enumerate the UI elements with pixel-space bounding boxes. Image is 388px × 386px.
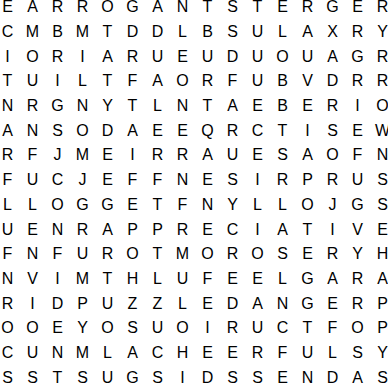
grid-cell[interactable]: R — [27, 98, 39, 114]
grid-cell[interactable]: M — [176, 246, 189, 262]
grid-cell[interactable]: B — [277, 73, 288, 89]
grid-cell[interactable]: C — [152, 345, 164, 361]
grid-cell[interactable]: G — [351, 49, 363, 65]
grid-cell[interactable]: R — [52, 49, 64, 65]
grid-cell[interactable]: T — [153, 246, 163, 262]
grid-cell[interactable]: A — [302, 147, 313, 163]
grid-cell[interactable]: G — [301, 271, 313, 287]
grid-cell[interactable]: R — [227, 123, 239, 139]
grid-cell[interactable]: D — [52, 296, 64, 312]
grid-cell[interactable]: N — [2, 271, 14, 287]
grid-cell[interactable]: E — [227, 271, 238, 287]
grid-cell[interactable]: P — [377, 320, 388, 336]
grid-cell[interactable]: G — [76, 197, 88, 213]
grid-cell[interactable]: R — [2, 147, 14, 163]
grid-cell[interactable]: E — [202, 222, 213, 238]
grid-cell[interactable]: E — [202, 296, 213, 312]
grid-cell[interactable]: E — [252, 271, 263, 287]
grid-cell[interactable]: R — [377, 73, 388, 89]
grid-cell[interactable]: E — [102, 172, 113, 188]
grid-cell[interactable]: G — [101, 197, 113, 213]
grid-cell[interactable]: U — [227, 147, 239, 163]
grid-cell[interactable]: R — [377, 0, 388, 15]
grid-cell[interactable]: S — [227, 370, 238, 386]
grid-cell[interactable]: J — [54, 147, 62, 163]
grid-cell[interactable]: R — [352, 73, 364, 89]
grid-cell[interactable]: C — [2, 345, 14, 361]
grid-cell[interactable]: H — [377, 246, 388, 262]
grid-cell[interactable]: F — [328, 320, 338, 336]
grid-cell[interactable]: I — [55, 73, 59, 89]
grid-cell[interactable]: L — [253, 197, 262, 213]
grid-cell[interactable]: A — [202, 147, 213, 163]
grid-cell[interactable]: T — [153, 197, 163, 213]
grid-cell[interactable]: A — [2, 123, 13, 139]
grid-cell[interactable]: G — [351, 197, 363, 213]
grid-cell[interactable]: U — [27, 172, 39, 188]
grid-cell[interactable]: T — [3, 73, 13, 89]
grid-cell[interactable]: O — [201, 246, 213, 262]
grid-cell[interactable]: P — [77, 296, 88, 312]
grid-cell[interactable]: U — [102, 370, 114, 386]
grid-cell[interactable]: R — [377, 49, 388, 65]
grid-cell[interactable]: L — [278, 271, 287, 287]
grid-cell[interactable]: P — [152, 222, 163, 238]
grid-cell[interactable]: L — [103, 345, 112, 361]
grid-cell[interactable]: A — [102, 222, 113, 238]
grid-cell[interactable]: M — [26, 24, 39, 40]
grid-cell[interactable]: L — [328, 345, 337, 361]
grid-cell[interactable]: E — [177, 49, 188, 65]
grid-cell[interactable]: F — [153, 172, 163, 188]
grid-cell[interactable]: R — [52, 0, 64, 15]
grid-cell[interactable]: P — [127, 222, 138, 238]
grid-cell[interactable]: D — [327, 73, 339, 89]
grid-cell[interactable]: H — [177, 345, 189, 361]
grid-cell[interactable]: C — [227, 222, 239, 238]
grid-cell[interactable]: E — [202, 172, 213, 188]
grid-cell[interactable]: L — [3, 197, 12, 213]
grid-cell[interactable]: R — [352, 24, 364, 40]
grid-cell[interactable]: D — [202, 370, 214, 386]
grid-cell[interactable]: E — [52, 320, 63, 336]
grid-cell[interactable]: N — [202, 197, 214, 213]
grid-cell[interactable]: A — [252, 296, 263, 312]
grid-cell[interactable]: D — [152, 24, 164, 40]
grid-cell[interactable]: G — [126, 0, 138, 15]
grid-cell[interactable]: U — [302, 49, 314, 65]
grid-cell[interactable]: L — [28, 197, 37, 213]
grid-cell[interactable]: M — [76, 24, 89, 40]
grid-cell[interactable]: S — [227, 0, 238, 15]
grid-cell[interactable]: N — [27, 246, 39, 262]
grid-cell[interactable]: E — [227, 345, 238, 361]
grid-cell[interactable]: D — [227, 49, 239, 65]
grid-cell[interactable]: O — [26, 49, 38, 65]
grid-cell[interactable]: G — [126, 370, 138, 386]
grid-cell[interactable]: I — [255, 222, 259, 238]
grid-cell[interactable]: O — [101, 0, 113, 15]
grid-cell[interactable]: R — [352, 296, 364, 312]
grid-cell[interactable]: R — [227, 320, 239, 336]
grid-cell[interactable]: E — [102, 147, 113, 163]
grid-cell[interactable]: N — [277, 296, 289, 312]
grid-cell[interactable]: R — [127, 49, 139, 65]
grid-cell[interactable]: M — [76, 147, 89, 163]
grid-cell[interactable]: R — [2, 296, 14, 312]
grid-cell[interactable]: T — [253, 0, 263, 15]
letter-grid: EARROGANTSTERGERCMBMTDDLBSULAXRYIORIARUE… — [0, 0, 388, 386]
grid-cell[interactable]: U — [252, 24, 264, 40]
grid-cell[interactable]: F — [353, 147, 363, 163]
grid-cell[interactable]: F — [278, 345, 288, 361]
grid-cell[interactable]: I — [180, 370, 184, 386]
grid-cell[interactable]: A — [227, 98, 238, 114]
grid-cell[interactable]: R — [227, 246, 239, 262]
grid-cell[interactable]: O — [276, 49, 288, 65]
grid-cell[interactable]: F — [53, 246, 63, 262]
grid-cell[interactable]: T — [303, 320, 313, 336]
grid-cell[interactable]: E — [27, 222, 38, 238]
grid-cell[interactable]: S — [27, 370, 38, 386]
grid-cell[interactable]: S — [377, 172, 388, 188]
grid-cell[interactable]: E — [2, 0, 13, 15]
grid-cell[interactable]: I — [305, 123, 309, 139]
grid-cell[interactable]: D — [227, 296, 239, 312]
grid-cell[interactable]: E — [152, 123, 163, 139]
grid-cell[interactable]: S — [152, 370, 163, 386]
grid-cell[interactable]: A — [102, 49, 113, 65]
grid-cell[interactable]: I — [355, 98, 359, 114]
grid-cell[interactable]: A — [327, 271, 338, 287]
grid-cell[interactable]: A — [27, 0, 38, 15]
grid-cell[interactable]: A — [127, 123, 138, 139]
grid-cell[interactable]: S — [277, 147, 288, 163]
grid-cell[interactable]: U — [102, 296, 114, 312]
grid-cell[interactable]: E — [352, 0, 363, 15]
grid-cell[interactable]: E — [277, 370, 288, 386]
grid-cell[interactable]: G — [301, 296, 313, 312]
grid-cell[interactable]: Z — [153, 296, 163, 312]
grid-cell[interactable]: U — [27, 345, 39, 361]
grid-cell[interactable]: S — [227, 24, 238, 40]
grid-cell[interactable]: U — [152, 320, 164, 336]
grid-cell[interactable]: N — [2, 98, 14, 114]
grid-cell[interactable]: U — [352, 172, 364, 188]
grid-cell[interactable]: N — [52, 222, 64, 238]
grid-cell[interactable]: C — [252, 123, 264, 139]
grid-cell[interactable]: B — [202, 24, 213, 40]
grid-cell[interactable]: N — [177, 98, 189, 114]
grid-cell[interactable]: E — [352, 123, 363, 139]
grid-cell[interactable]: N — [377, 147, 388, 163]
grid-cell[interactable]: Y — [352, 246, 363, 262]
grid-cell[interactable]: L — [178, 24, 187, 40]
grid-cell[interactable]: L — [153, 271, 162, 287]
grid-cell[interactable]: M — [76, 271, 89, 287]
grid-cell[interactable]: U — [202, 49, 214, 65]
grid-cell[interactable]: A — [302, 24, 313, 40]
grid-cell[interactable]: V — [302, 73, 313, 89]
grid-cell[interactable]: Y — [377, 24, 388, 40]
grid-cell[interactable]: O — [101, 320, 113, 336]
grid-cell[interactable]: S — [377, 370, 388, 386]
grid-cell[interactable]: C — [277, 320, 289, 336]
grid-cell[interactable]: B — [52, 24, 63, 40]
grid-cell[interactable]: O — [326, 147, 338, 163]
grid-cell[interactable]: R — [327, 172, 339, 188]
grid-cell[interactable]: E — [127, 197, 138, 213]
grid-cell[interactable]: I — [55, 271, 59, 287]
grid-cell[interactable]: O — [176, 73, 188, 89]
grid-cell[interactable]: Q — [201, 123, 213, 139]
grid-cell[interactable]: A — [352, 370, 363, 386]
grid-cell[interactable]: T — [203, 98, 213, 114]
grid-cell[interactable]: E — [302, 98, 313, 114]
grid-cell[interactable]: O — [1, 320, 13, 336]
word-search-board: EARROGANTSTERGERCMBMTDDLBSULAXRYIORIARUE… — [0, 0, 388, 386]
grid-cell[interactable]: L — [78, 73, 87, 89]
grid-cell[interactable]: F — [203, 271, 213, 287]
grid-cell[interactable]: O — [26, 320, 38, 336]
grid-cell[interactable]: R — [352, 271, 364, 287]
grid-cell[interactable]: O — [301, 197, 313, 213]
grid-cell[interactable]: I — [205, 320, 209, 336]
grid-cell[interactable]: S — [227, 172, 238, 188]
grid-cell[interactable]: R — [77, 0, 89, 15]
grid-cell[interactable]: S — [327, 123, 338, 139]
grid-cell[interactable]: O — [126, 246, 138, 262]
grid-cell[interactable]: O — [51, 197, 63, 213]
grid-cell[interactable]: E — [302, 246, 313, 262]
grid-cell[interactable]: R — [177, 147, 189, 163]
grid-cell[interactable]: T — [128, 98, 138, 114]
grid-cell[interactable]: N — [77, 98, 89, 114]
grid-cell[interactable]: I — [5, 49, 9, 65]
grid-cell[interactable]: O — [351, 320, 363, 336]
grid-cell[interactable]: R — [302, 0, 314, 15]
grid-cell[interactable]: T — [103, 24, 113, 40]
grid-cell[interactable]: F — [3, 246, 13, 262]
grid-cell[interactable]: R — [327, 246, 339, 262]
grid-cell[interactable]: J — [79, 172, 87, 188]
grid-cell[interactable]: E — [177, 123, 188, 139]
grid-cell[interactable]: E — [252, 147, 263, 163]
grid-cell[interactable]: A — [127, 345, 138, 361]
grid-cell[interactable]: A — [277, 222, 288, 238]
grid-cell[interactable]: Y — [227, 197, 238, 213]
grid-cell[interactable]: U — [252, 73, 264, 89]
grid-cell[interactable]: I — [130, 147, 134, 163]
grid-cell[interactable]: F — [228, 73, 238, 89]
grid-cell[interactable]: F — [28, 147, 38, 163]
grid-cell[interactable]: O — [176, 320, 188, 336]
grid-cell[interactable]: U — [77, 246, 89, 262]
grid-cell[interactable]: V — [352, 222, 363, 238]
grid-cell[interactable]: E — [377, 222, 388, 238]
grid-cell[interactable]: C — [52, 172, 64, 188]
grid-cell[interactable]: C — [2, 24, 14, 40]
grid-cell[interactable]: T — [278, 123, 288, 139]
grid-cell[interactable]: F — [178, 197, 188, 213]
grid-cell[interactable]: S — [127, 320, 138, 336]
grid-cell[interactable]: N — [177, 172, 189, 188]
grid-cell[interactable]: L — [278, 197, 287, 213]
grid-cell[interactable]: V — [27, 271, 38, 287]
grid-cell[interactable]: S — [277, 246, 288, 262]
grid-cell[interactable]: I — [80, 49, 84, 65]
grid-cell[interactable]: T — [53, 370, 63, 386]
grid-cell[interactable]: N — [302, 370, 314, 386]
grid-cell[interactable]: U — [252, 320, 264, 336]
grid-cell[interactable]: A — [152, 73, 163, 89]
grid-cell[interactable]: M — [76, 345, 89, 361]
grid-cell[interactable]: E — [277, 0, 288, 15]
grid-cell[interactable]: N — [52, 345, 64, 361]
grid-cell[interactable]: R — [252, 345, 264, 361]
grid-cell[interactable]: R — [152, 147, 164, 163]
grid-cell[interactable]: R — [327, 98, 339, 114]
grid-cell[interactable]: E — [252, 98, 263, 114]
grid-cell[interactable]: F — [3, 172, 13, 188]
grid-cell[interactable]: R — [77, 222, 89, 238]
grid-cell[interactable]: U — [2, 222, 14, 238]
grid-cell[interactable]: T — [103, 271, 113, 287]
grid-cell[interactable]: O — [376, 98, 388, 114]
grid-cell[interactable]: U — [302, 345, 314, 361]
grid-cell[interactable]: D — [102, 123, 114, 139]
grid-cell[interactable]: R — [202, 73, 214, 89]
grid-cell[interactable]: O — [76, 123, 88, 139]
grid-cell[interactable]: R — [277, 172, 289, 188]
grid-cell[interactable]: T — [103, 73, 113, 89]
grid-cell[interactable]: X — [327, 24, 338, 40]
grid-cell[interactable]: T — [203, 0, 213, 15]
grid-cell[interactable]: Y — [377, 345, 388, 361]
grid-cell[interactable]: L — [278, 24, 287, 40]
grid-cell[interactable]: A — [377, 271, 388, 287]
grid-cell[interactable]: S — [52, 123, 63, 139]
grid-cell[interactable]: U — [152, 49, 164, 65]
grid-cell[interactable]: B — [277, 98, 288, 114]
grid-cell[interactable]: R — [177, 222, 189, 238]
grid-cell[interactable]: D — [127, 24, 139, 40]
grid-cell[interactable]: A — [152, 0, 163, 15]
grid-cell[interactable]: G — [51, 98, 63, 114]
grid-cell[interactable]: O — [251, 246, 263, 262]
grid-cell[interactable]: I — [255, 172, 259, 188]
grid-cell[interactable]: H — [127, 271, 139, 287]
grid-cell[interactable]: Y — [102, 98, 113, 114]
grid-cell[interactable]: Y — [77, 320, 88, 336]
grid-cell[interactable]: N — [177, 0, 189, 15]
grid-cell[interactable]: E — [327, 296, 338, 312]
grid-cell[interactable]: F — [128, 172, 138, 188]
grid-cell[interactable]: I — [330, 222, 334, 238]
grid-cell[interactable]: S — [352, 345, 363, 361]
grid-cell[interactable]: L — [153, 98, 162, 114]
grid-cell[interactable]: P — [377, 296, 388, 312]
grid-cell[interactable]: N — [27, 123, 39, 139]
grid-cell[interactable]: S — [2, 370, 13, 386]
grid-cell[interactable]: G — [326, 0, 338, 15]
grid-cell[interactable]: S — [77, 370, 88, 386]
grid-cell[interactable]: A — [327, 49, 338, 65]
grid-cell[interactable]: T — [303, 222, 313, 238]
grid-cell[interactable]: W — [375, 123, 388, 139]
grid-cell[interactable]: P — [302, 172, 313, 188]
grid-cell[interactable]: S — [252, 370, 263, 386]
grid-cell[interactable]: J — [329, 197, 337, 213]
grid-cell[interactable]: I — [30, 296, 34, 312]
grid-cell[interactable]: E — [202, 345, 213, 361]
grid-cell[interactable]: U — [27, 73, 39, 89]
grid-cell[interactable]: L — [178, 296, 187, 312]
grid-cell[interactable]: U — [177, 271, 189, 287]
grid-cell[interactable]: F — [128, 73, 138, 89]
grid-cell[interactable]: Z — [128, 296, 138, 312]
grid-cell[interactable]: U — [252, 49, 264, 65]
grid-cell[interactable]: R — [102, 246, 114, 262]
grid-cell[interactable]: S — [377, 197, 388, 213]
grid-cell[interactable]: D — [327, 370, 339, 386]
